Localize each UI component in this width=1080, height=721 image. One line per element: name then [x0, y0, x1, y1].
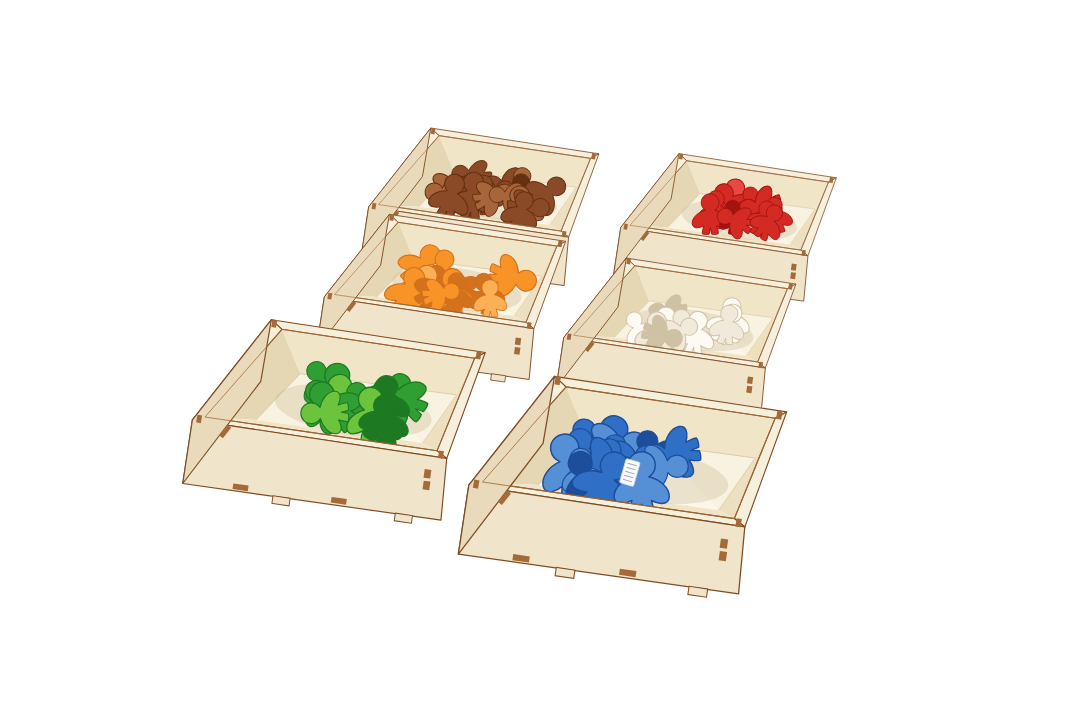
tray-green	[175, 312, 493, 534]
tray-blue	[450, 368, 795, 609]
scene-meeple-storage-trays	[0, 0, 1080, 721]
tray-graphic-green	[175, 312, 493, 534]
tray-graphic-blue	[450, 368, 795, 609]
